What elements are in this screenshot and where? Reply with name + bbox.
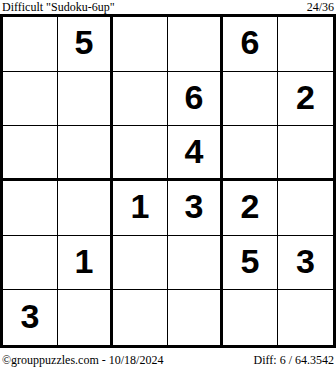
cell-r5c4-empty[interactable] <box>168 236 223 291</box>
cell-r2c1-empty[interactable] <box>3 72 58 127</box>
cell-r4c1-empty[interactable] <box>3 181 58 236</box>
cell-r5c6-given: 3 <box>278 236 333 291</box>
cell-r4c6-empty[interactable] <box>278 181 333 236</box>
cell-r4c3-given: 1 <box>113 181 168 236</box>
cell-r3c2-empty[interactable] <box>58 126 113 181</box>
cell-r1c4-empty[interactable] <box>168 17 223 72</box>
sudoku-board: 566241321533 <box>0 14 336 348</box>
puzzle-title: Difficult "Sudoku-6up" <box>2 0 115 14</box>
cell-r2c4-given: 6 <box>168 72 223 127</box>
cell-r1c1-empty[interactable] <box>3 17 58 72</box>
cell-r5c2-given: 1 <box>58 236 113 291</box>
cell-r6c6-empty[interactable] <box>278 290 333 345</box>
cell-r2c2-empty[interactable] <box>58 72 113 127</box>
cell-r1c2-given: 5 <box>58 17 113 72</box>
cell-r6c5-empty[interactable] <box>223 290 278 345</box>
cell-r2c3-empty[interactable] <box>113 72 168 127</box>
difficulty-rating: Diff: 6 / 64.3542 <box>254 353 334 367</box>
cell-r5c1-empty[interactable] <box>3 236 58 291</box>
cell-r1c5-given: 6 <box>223 17 278 72</box>
cell-r5c3-empty[interactable] <box>113 236 168 291</box>
cell-r2c6-given: 2 <box>278 72 333 127</box>
cell-r6c3-empty[interactable] <box>113 290 168 345</box>
cell-r1c3-empty[interactable] <box>113 17 168 72</box>
cell-r2c5-empty[interactable] <box>223 72 278 127</box>
copyright-date: ©grouppuzzles.com - 10/18/2024 <box>2 353 163 367</box>
cell-r1c6-empty[interactable] <box>278 17 333 72</box>
cell-r3c1-empty[interactable] <box>3 126 58 181</box>
puzzle-page: Difficult "Sudoku-6up" 24/36 56624132153… <box>0 0 336 370</box>
cell-r4c4-given: 3 <box>168 181 223 236</box>
cell-r6c4-empty[interactable] <box>168 290 223 345</box>
cells-remaining-counter: 24/36 <box>307 0 334 14</box>
cell-r4c5-given: 2 <box>223 181 278 236</box>
cell-r4c2-empty[interactable] <box>58 181 113 236</box>
cell-r3c6-empty[interactable] <box>278 126 333 181</box>
cell-r3c3-empty[interactable] <box>113 126 168 181</box>
cell-r6c2-empty[interactable] <box>58 290 113 345</box>
cell-r6c1-given: 3 <box>3 290 58 345</box>
cell-r3c4-given: 4 <box>168 126 223 181</box>
cell-r3c5-empty[interactable] <box>223 126 278 181</box>
cell-r5c5-given: 5 <box>223 236 278 291</box>
